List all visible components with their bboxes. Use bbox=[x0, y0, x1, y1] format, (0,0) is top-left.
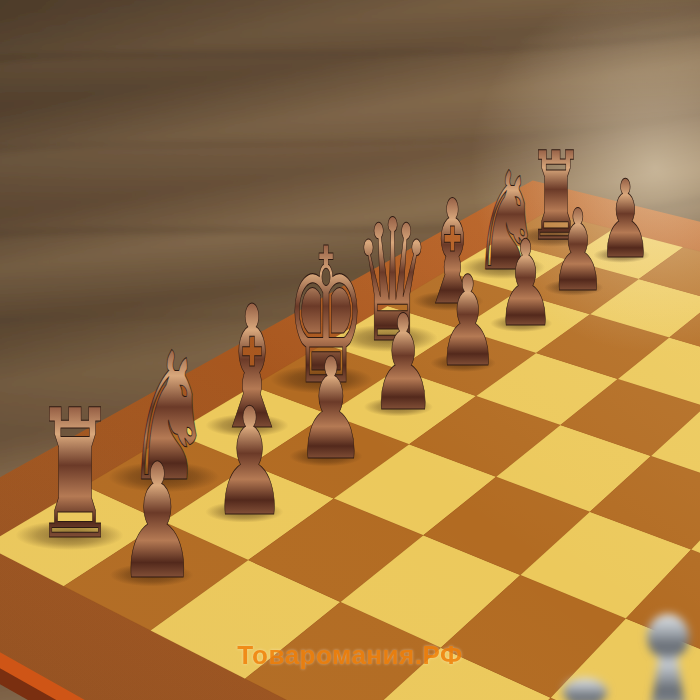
piece-copper-pawn-a2: ♟ bbox=[599, 157, 653, 283]
piece-copper-pawn-d2: ♟ bbox=[436, 249, 498, 395]
piece-copper-pawn-g2: ♟ bbox=[212, 375, 286, 548]
piece-copper-pawn-c2: ♟ bbox=[496, 215, 555, 353]
piece-copper-pawn-e2: ♟ bbox=[370, 287, 436, 440]
silver-piece-pawn-head bbox=[647, 614, 689, 660]
piece-copper-pawn-f2: ♟ bbox=[296, 328, 366, 491]
scene-svg: ♜♟♞♟♝♟♛♟♚♟♝♟♞♟♜♟ bbox=[0, 0, 700, 700]
chess-photo-scene: ♜♟♞♟♝♟♛♟♚♟♝♟♞♟♜♟ Товаромания.РФ bbox=[0, 0, 700, 700]
piece-copper-rook-h1: ♜ bbox=[34, 372, 116, 578]
piece-copper-pawn-h2: ♟ bbox=[118, 430, 197, 614]
piece-copper-pawn-b2: ♟ bbox=[550, 185, 606, 317]
